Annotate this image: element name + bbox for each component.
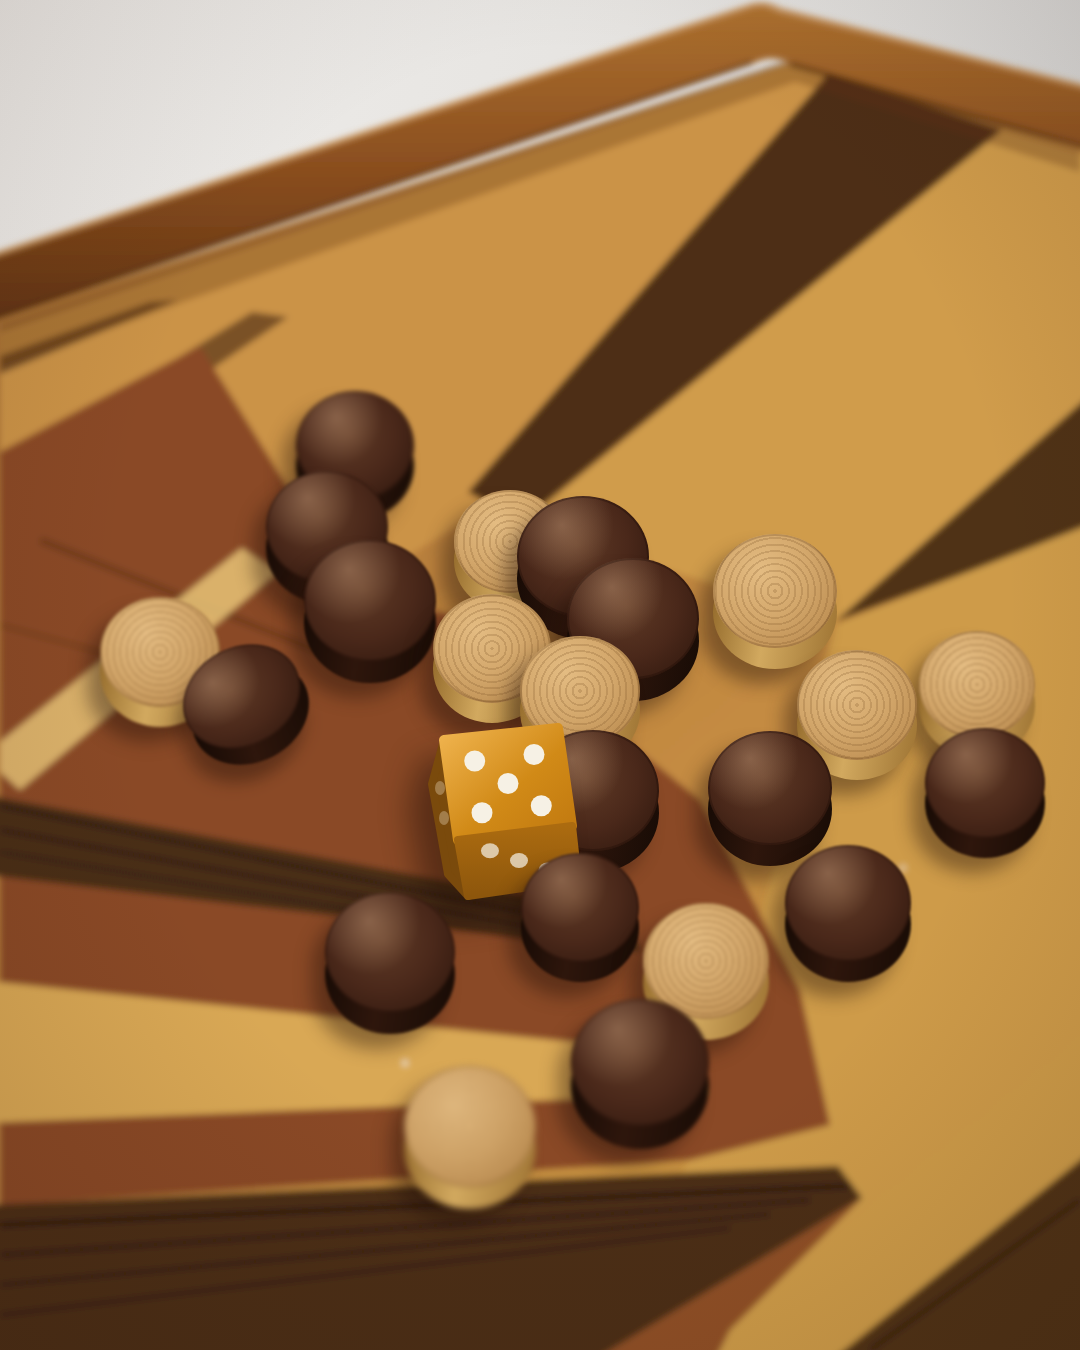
checker-top-face bbox=[304, 540, 436, 661]
photo-scene bbox=[0, 0, 1080, 1350]
checker-top-face bbox=[925, 728, 1045, 838]
die-pip bbox=[498, 773, 519, 794]
checker-light[interactable] bbox=[404, 1066, 536, 1209]
die-pip bbox=[464, 751, 485, 772]
pieces-layer bbox=[0, 0, 1080, 1350]
checker-dark[interactable] bbox=[925, 728, 1045, 858]
checker-top-face bbox=[404, 1066, 536, 1187]
checker-top-face bbox=[713, 534, 837, 648]
checker-dark[interactable] bbox=[785, 845, 911, 982]
checker-top-face bbox=[785, 845, 911, 961]
checker-top-face bbox=[325, 892, 455, 1012]
checker-dark[interactable] bbox=[304, 540, 436, 683]
checker-top-face bbox=[919, 631, 1035, 738]
checker-dark[interactable] bbox=[521, 853, 639, 982]
die-pip bbox=[524, 744, 545, 765]
checker-dark[interactable] bbox=[571, 999, 709, 1149]
checker-top-face bbox=[521, 853, 639, 962]
die-pip bbox=[439, 811, 449, 825]
die-pip bbox=[472, 802, 493, 823]
die-pip bbox=[481, 843, 499, 858]
checker-dark[interactable] bbox=[325, 892, 455, 1034]
checker-top-face bbox=[708, 731, 832, 845]
checker-light[interactable] bbox=[713, 534, 837, 669]
die-pip bbox=[531, 795, 552, 816]
die-pip bbox=[435, 781, 445, 795]
checker-top-face bbox=[571, 999, 709, 1126]
